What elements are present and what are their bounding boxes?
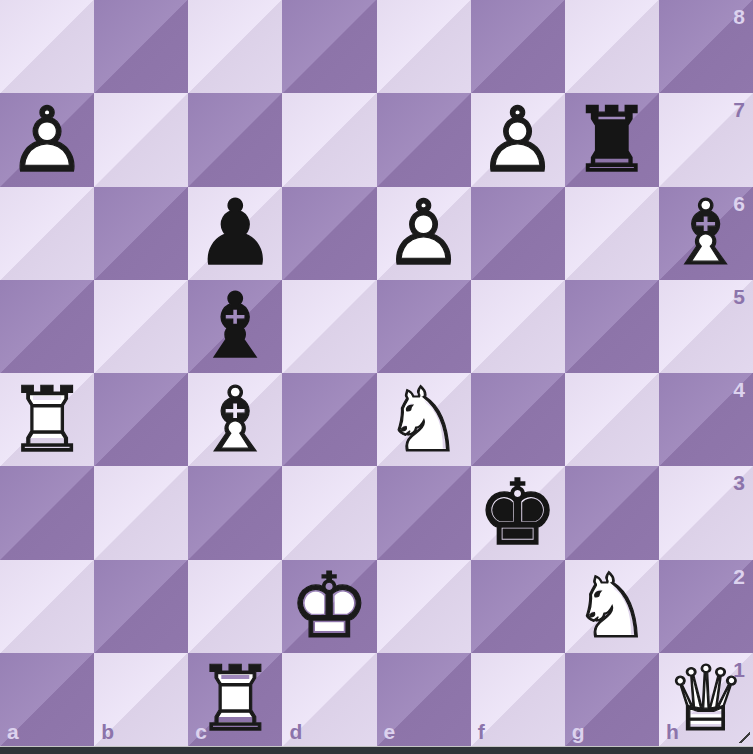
- square-d3[interactable]: [282, 466, 376, 559]
- white-pawn-icon: ♟: [477, 95, 558, 185]
- chess-board: 8♟♙♟♙♜7♟♟♙6♝♗♝5♜♖♝♗♞♘4♚3♚♔♞♘2abc♜♖defg1h…: [0, 0, 753, 746]
- square-b1[interactable]: b: [94, 653, 188, 746]
- piece-white-pawn[interactable]: ♟♙: [0, 93, 94, 186]
- square-b2[interactable]: [94, 560, 188, 653]
- piece-white-knight[interactable]: ♞♘: [565, 560, 659, 653]
- black-pawn-icon: ♟: [195, 188, 276, 278]
- square-a8[interactable]: [0, 0, 94, 93]
- square-e2[interactable]: [377, 560, 471, 653]
- square-b8[interactable]: [94, 0, 188, 93]
- square-e4[interactable]: ♞♘: [377, 373, 471, 466]
- square-d6[interactable]: [282, 187, 376, 280]
- piece-white-king[interactable]: ♚♔: [282, 560, 376, 653]
- square-a5[interactable]: [0, 280, 94, 373]
- square-h8[interactable]: 8: [659, 0, 753, 93]
- rank-label-6: 6: [733, 193, 745, 214]
- square-b6[interactable]: [94, 187, 188, 280]
- square-g1[interactable]: g: [565, 653, 659, 746]
- square-a2[interactable]: [0, 560, 94, 653]
- square-c1[interactable]: c♜♖: [188, 653, 282, 746]
- square-g4[interactable]: [565, 373, 659, 466]
- piece-white-pawn[interactable]: ♟♙: [471, 93, 565, 186]
- square-e6[interactable]: ♟♙: [377, 187, 471, 280]
- square-d2[interactable]: ♚♔: [282, 560, 376, 653]
- file-label-f: f: [478, 721, 485, 742]
- square-b3[interactable]: [94, 466, 188, 559]
- piece-white-pawn[interactable]: ♟♙: [377, 187, 471, 280]
- rank-label-3: 3: [733, 472, 745, 493]
- white-knight-outline-icon: ♘: [571, 561, 652, 651]
- rank-label-4: 4: [733, 379, 745, 400]
- file-label-e: e: [384, 721, 396, 742]
- square-d1[interactable]: d: [282, 653, 376, 746]
- rank-label-5: 5: [733, 286, 745, 307]
- square-h7[interactable]: 7: [659, 93, 753, 186]
- square-e8[interactable]: [377, 0, 471, 93]
- square-g6[interactable]: [565, 187, 659, 280]
- file-label-h: h: [666, 721, 679, 742]
- white-king-outline-icon: ♔: [289, 561, 370, 651]
- square-e1[interactable]: e: [377, 653, 471, 746]
- square-a1[interactable]: a: [0, 653, 94, 746]
- black-bishop-icon: ♝: [195, 281, 276, 371]
- white-bishop-outline-icon: ♗: [195, 375, 276, 465]
- page-bottom-strip: [0, 746, 753, 754]
- square-c6[interactable]: ♟: [188, 187, 282, 280]
- file-label-a: a: [7, 721, 19, 742]
- square-d8[interactable]: [282, 0, 376, 93]
- white-rook-outline-icon: ♖: [7, 375, 88, 465]
- rank-label-8: 8: [733, 6, 745, 27]
- square-g2[interactable]: ♞♘: [565, 560, 659, 653]
- piece-white-knight[interactable]: ♞♘: [377, 373, 471, 466]
- square-h1[interactable]: 1h♛♕: [659, 653, 753, 746]
- piece-black-bishop[interactable]: ♝: [188, 280, 282, 373]
- square-b4[interactable]: [94, 373, 188, 466]
- white-rook-outline-icon: ♖: [195, 654, 276, 744]
- square-g3[interactable]: [565, 466, 659, 559]
- square-g8[interactable]: [565, 0, 659, 93]
- square-h4[interactable]: 4: [659, 373, 753, 466]
- white-pawn-icon: ♟: [383, 188, 464, 278]
- square-c5[interactable]: ♝: [188, 280, 282, 373]
- square-c4[interactable]: ♝♗: [188, 373, 282, 466]
- square-h6[interactable]: 6♝♗: [659, 187, 753, 280]
- square-f7[interactable]: ♟♙: [471, 93, 565, 186]
- square-f2[interactable]: [471, 560, 565, 653]
- square-e3[interactable]: [377, 466, 471, 559]
- square-a3[interactable]: [0, 466, 94, 559]
- white-pawn-outline-icon: ♙: [477, 95, 558, 185]
- white-knight-icon: ♞: [571, 561, 652, 651]
- white-knight-outline-icon: ♘: [383, 375, 464, 465]
- piece-black-rook[interactable]: ♜: [565, 93, 659, 186]
- white-rook-icon: ♜: [195, 654, 276, 744]
- white-pawn-icon: ♟: [7, 95, 88, 185]
- square-d4[interactable]: [282, 373, 376, 466]
- rank-label-7: 7: [733, 99, 745, 120]
- file-label-d: d: [289, 721, 302, 742]
- white-pawn-outline-icon: ♙: [383, 188, 464, 278]
- piece-black-king[interactable]: ♚: [471, 466, 565, 559]
- square-b5[interactable]: [94, 280, 188, 373]
- square-d7[interactable]: [282, 93, 376, 186]
- square-g7[interactable]: ♜: [565, 93, 659, 186]
- white-rook-icon: ♜: [7, 375, 88, 465]
- square-b7[interactable]: [94, 93, 188, 186]
- file-label-g: g: [572, 721, 585, 742]
- square-f6[interactable]: [471, 187, 565, 280]
- rank-label-2: 2: [733, 566, 745, 587]
- piece-white-bishop[interactable]: ♝♗: [188, 373, 282, 466]
- square-e5[interactable]: [377, 280, 471, 373]
- square-h5[interactable]: 5: [659, 280, 753, 373]
- square-c2[interactable]: [188, 560, 282, 653]
- square-h3[interactable]: 3: [659, 466, 753, 559]
- square-d5[interactable]: [282, 280, 376, 373]
- square-g5[interactable]: [565, 280, 659, 373]
- piece-white-rook[interactable]: ♜♖: [0, 373, 94, 466]
- white-bishop-icon: ♝: [195, 375, 276, 465]
- square-h2[interactable]: 2: [659, 560, 753, 653]
- square-c8[interactable]: [188, 0, 282, 93]
- square-a7[interactable]: ♟♙: [0, 93, 94, 186]
- white-pawn-outline-icon: ♙: [7, 95, 88, 185]
- square-f4[interactable]: [471, 373, 565, 466]
- piece-black-pawn[interactable]: ♟: [188, 187, 282, 280]
- file-label-c: c: [195, 721, 207, 742]
- white-knight-icon: ♞: [383, 375, 464, 465]
- square-f3[interactable]: ♚: [471, 466, 565, 559]
- rank-label-1: 1: [733, 659, 745, 680]
- page: 8♟♙♟♙♜7♟♟♙6♝♗♝5♜♖♝♗♞♘4♚3♚♔♞♘2abc♜♖defg1h…: [0, 0, 753, 754]
- square-f5[interactable]: [471, 280, 565, 373]
- black-king-icon: ♚: [477, 468, 558, 558]
- black-rook-icon: ♜: [571, 95, 652, 185]
- square-a6[interactable]: [0, 187, 94, 280]
- square-f8[interactable]: [471, 0, 565, 93]
- square-c3[interactable]: [188, 466, 282, 559]
- file-label-b: b: [101, 721, 114, 742]
- white-king-icon: ♚: [289, 561, 370, 651]
- square-e7[interactable]: [377, 93, 471, 186]
- square-f1[interactable]: f: [471, 653, 565, 746]
- square-a4[interactable]: ♜♖: [0, 373, 94, 466]
- square-c7[interactable]: [188, 93, 282, 186]
